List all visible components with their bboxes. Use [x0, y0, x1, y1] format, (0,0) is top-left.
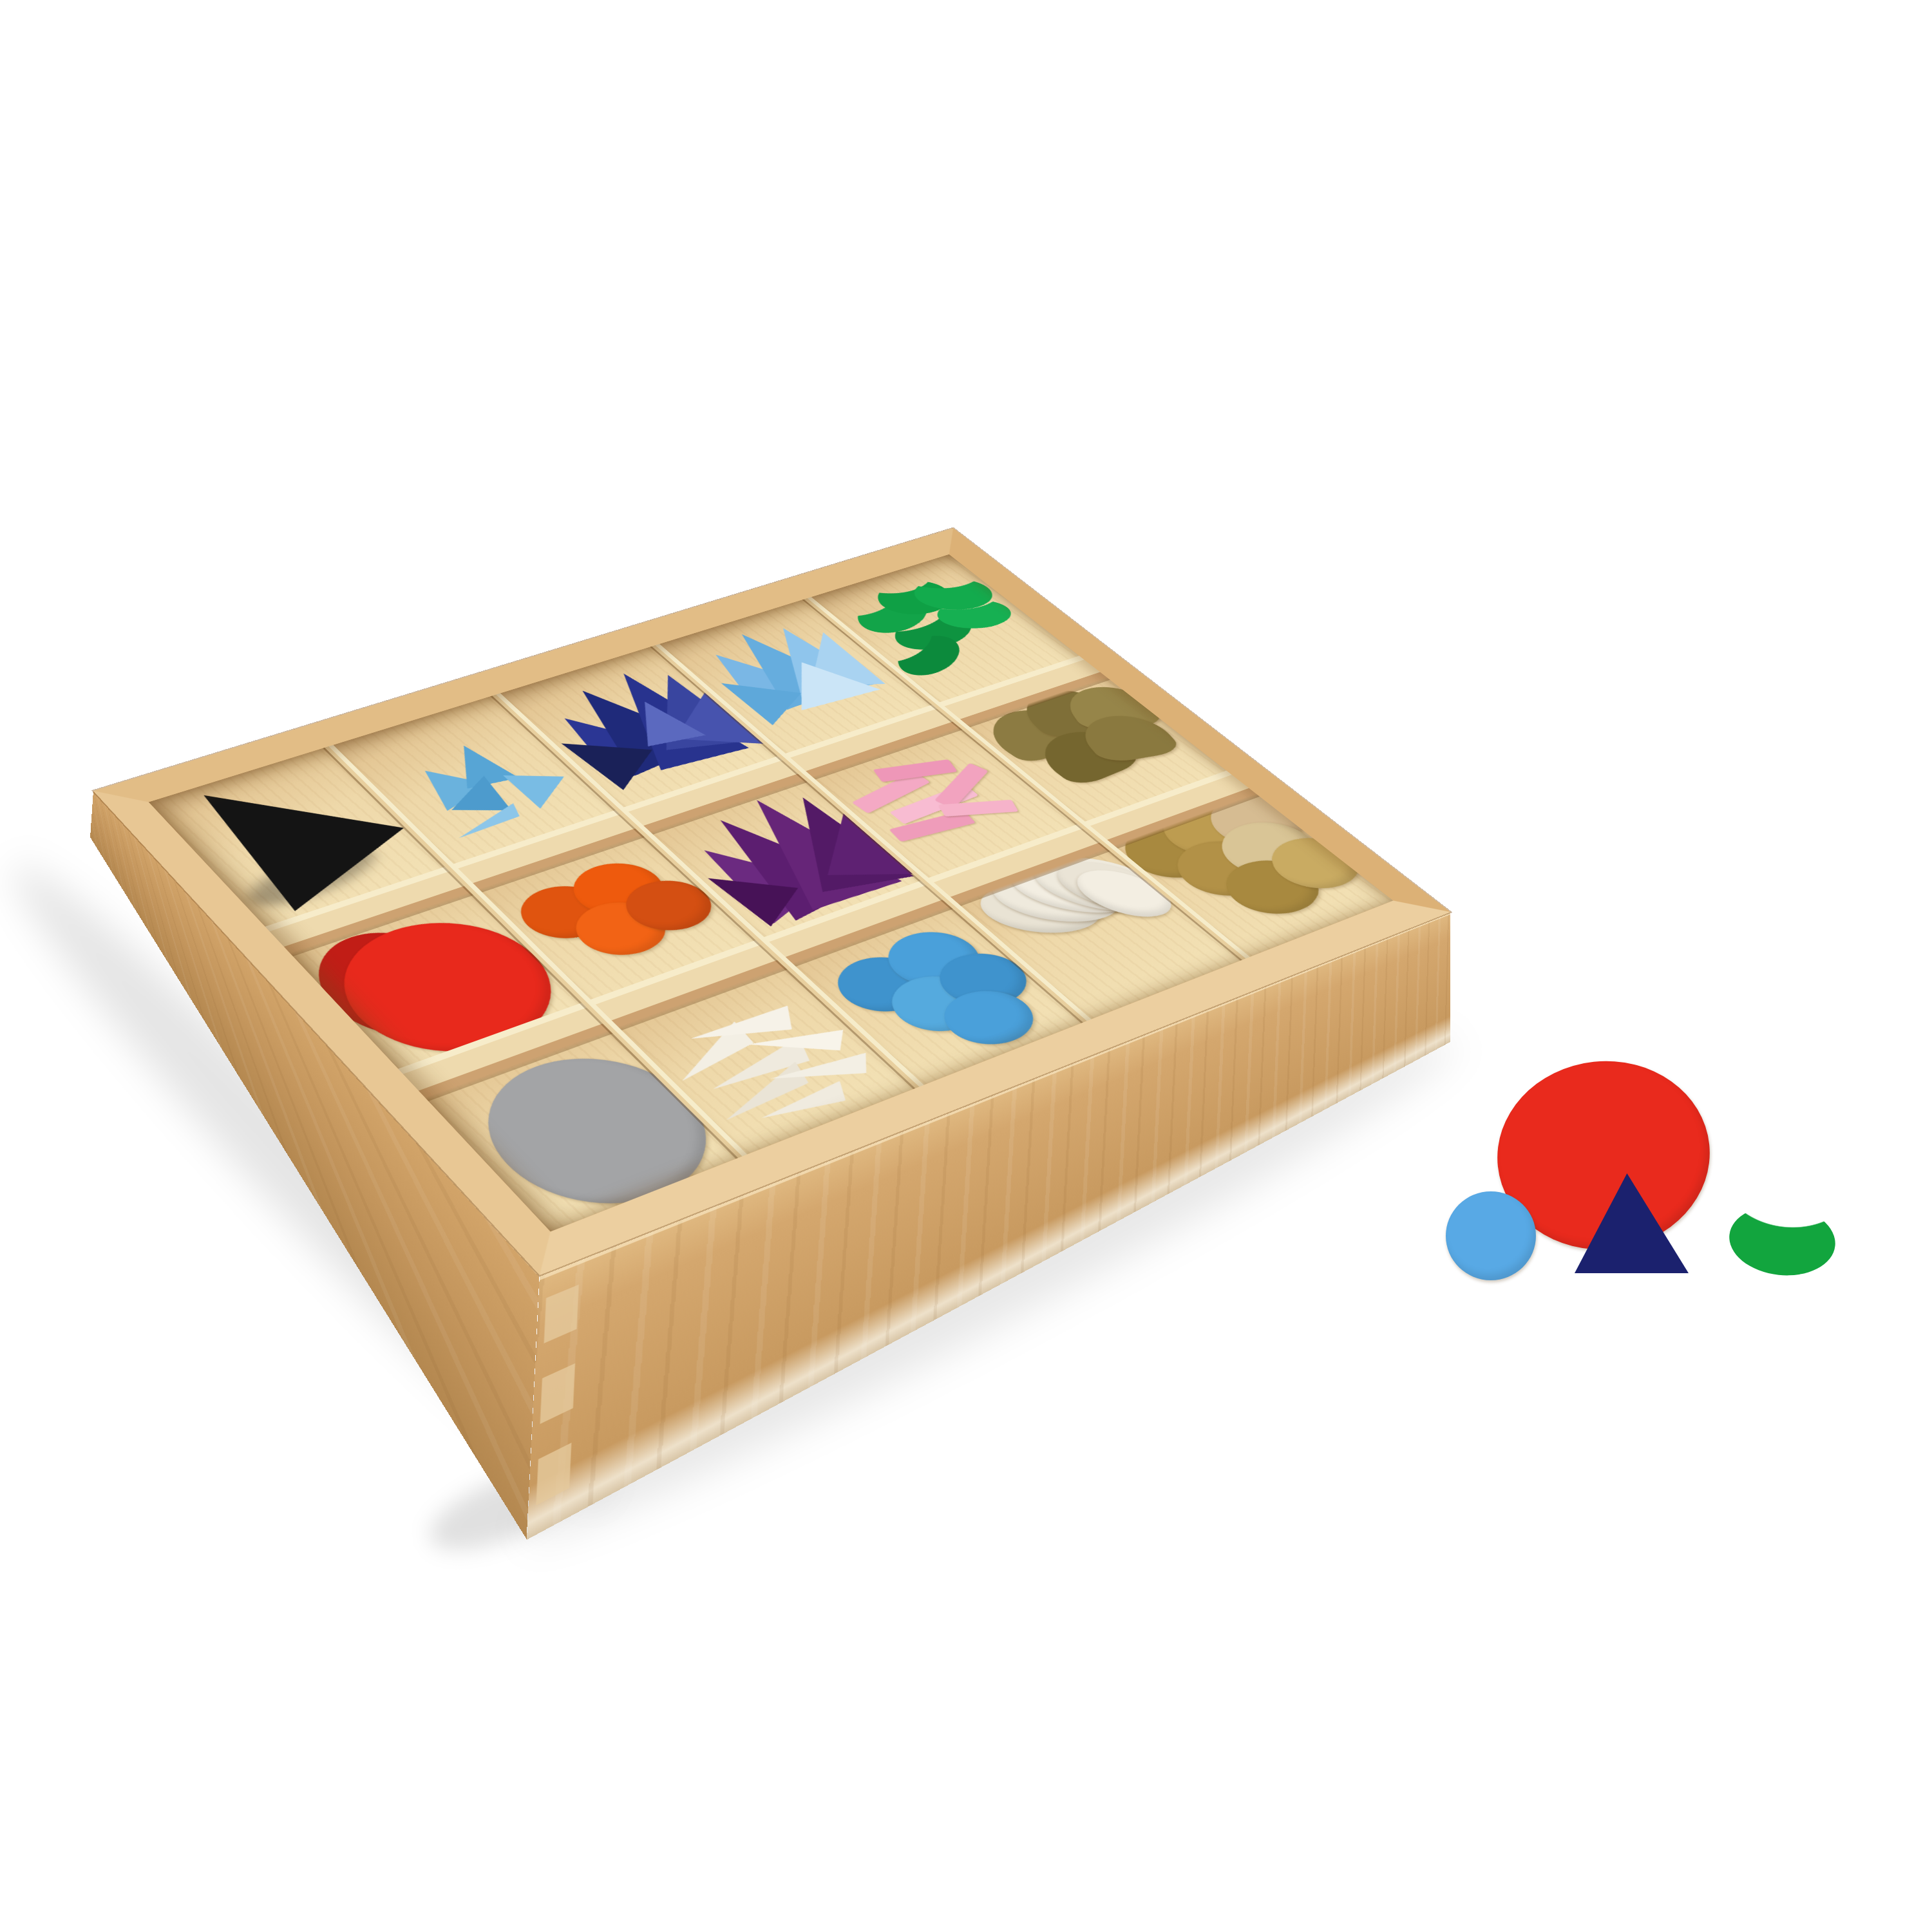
scene — [0, 0, 1932, 1932]
loose-pieces — [0, 0, 1932, 1932]
loose-blue-circle — [1446, 1191, 1536, 1280]
page — [0, 0, 1932, 1932]
loose-green-crescent — [1726, 1200, 1839, 1281]
